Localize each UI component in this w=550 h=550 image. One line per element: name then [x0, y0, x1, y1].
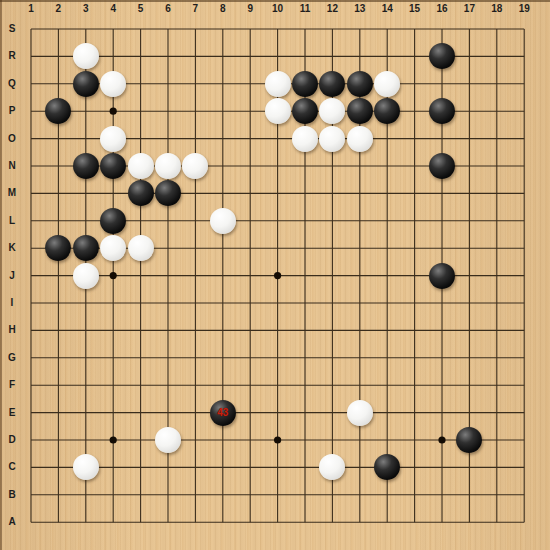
black-stone [347, 71, 373, 97]
black-stone [429, 263, 455, 289]
white-stone [73, 454, 99, 480]
white-stone [265, 71, 291, 97]
white-stone [347, 400, 373, 426]
white-stone [73, 43, 99, 69]
white-stone [292, 126, 318, 152]
white-stone [100, 71, 126, 97]
black-stone [347, 98, 373, 124]
black-stone [292, 71, 318, 97]
star-point [110, 108, 117, 115]
black-stone [73, 71, 99, 97]
black-stone [73, 153, 99, 179]
black-stone [100, 153, 126, 179]
star-point [274, 272, 281, 279]
black-stone [73, 235, 99, 261]
star-point [274, 436, 281, 443]
black-stone [128, 180, 154, 206]
black-stone [429, 98, 455, 124]
white-stone [128, 235, 154, 261]
black-stone [210, 400, 236, 426]
white-stone [73, 263, 99, 289]
white-stone [155, 153, 181, 179]
white-stone [265, 98, 291, 124]
white-stone [374, 71, 400, 97]
white-stone [128, 153, 154, 179]
black-stone [319, 71, 345, 97]
white-stone [100, 126, 126, 152]
black-stone [292, 98, 318, 124]
black-stone [429, 153, 455, 179]
white-stone [347, 126, 373, 152]
star-point [438, 436, 445, 443]
black-stone [100, 208, 126, 234]
white-stone [210, 208, 236, 234]
go-board[interactable]: 12345678910111213141516171819 SRQPONMLKJ… [0, 0, 550, 550]
star-point [110, 272, 117, 279]
white-stone [155, 427, 181, 453]
star-point [110, 436, 117, 443]
white-stone [319, 126, 345, 152]
